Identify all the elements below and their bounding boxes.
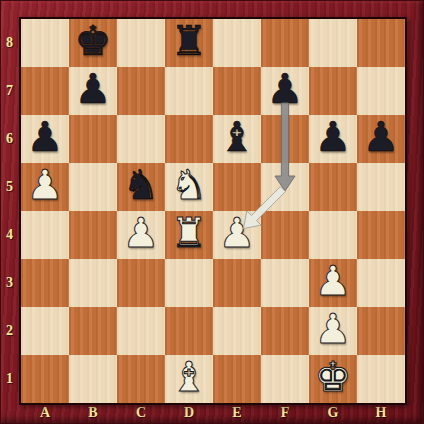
square-e6[interactable]: ♝ [213, 115, 261, 163]
square-f7[interactable]: ♟ [261, 67, 309, 115]
piece-black-king-b8[interactable]: ♚ [75, 17, 112, 65]
square-h6[interactable]: ♟ [357, 115, 405, 163]
rank-label-3: 3 [0, 259, 19, 307]
square-d7[interactable] [165, 67, 213, 115]
square-c4[interactable]: ♟ [117, 211, 165, 259]
rank-label-8: 8 [0, 19, 19, 67]
square-f4[interactable] [261, 211, 309, 259]
piece-black-knight-c5[interactable]: ♞ [123, 161, 160, 209]
square-c8[interactable] [117, 19, 165, 67]
file-label-a: A [21, 404, 69, 422]
square-g8[interactable] [309, 19, 357, 67]
square-f3[interactable] [261, 259, 309, 307]
square-f8[interactable] [261, 19, 309, 67]
square-b2[interactable] [69, 307, 117, 355]
square-h1[interactable] [357, 355, 405, 403]
square-a3[interactable] [21, 259, 69, 307]
rank-label-5: 5 [0, 163, 19, 211]
square-e4[interactable]: ♟ [213, 211, 261, 259]
square-c1[interactable] [117, 355, 165, 403]
piece-white-pawn-g3[interactable]: ♟ [315, 257, 352, 305]
piece-black-pawn-b7[interactable]: ♟ [75, 65, 112, 113]
piece-black-rook-d8[interactable]: ♜ [171, 17, 208, 65]
piece-white-pawn-e4[interactable]: ♟ [219, 209, 256, 257]
square-g2[interactable]: ♟ [309, 307, 357, 355]
file-label-b: B [69, 404, 117, 422]
square-h8[interactable] [357, 19, 405, 67]
square-g7[interactable] [309, 67, 357, 115]
square-a1[interactable] [21, 355, 69, 403]
square-b4[interactable] [69, 211, 117, 259]
piece-white-pawn-a5[interactable]: ♟ [27, 161, 64, 209]
square-b7[interactable]: ♟ [69, 67, 117, 115]
file-label-e: E [213, 404, 261, 422]
square-b8[interactable]: ♚ [69, 19, 117, 67]
square-e7[interactable] [213, 67, 261, 115]
square-h4[interactable] [357, 211, 405, 259]
square-h2[interactable] [357, 307, 405, 355]
file-label-g: G [309, 404, 357, 422]
square-g3[interactable]: ♟ [309, 259, 357, 307]
square-g1[interactable]: ♚ [309, 355, 357, 403]
square-h7[interactable] [357, 67, 405, 115]
piece-white-pawn-c4[interactable]: ♟ [123, 209, 160, 257]
rank-label-4: 4 [0, 211, 19, 259]
square-e1[interactable] [213, 355, 261, 403]
square-e5[interactable] [213, 163, 261, 211]
square-a5[interactable]: ♟ [21, 163, 69, 211]
square-g5[interactable] [309, 163, 357, 211]
piece-black-bishop-e6[interactable]: ♝ [219, 113, 256, 161]
rank-label-2: 2 [0, 307, 19, 355]
square-a8[interactable] [21, 19, 69, 67]
square-b5[interactable] [69, 163, 117, 211]
square-e3[interactable] [213, 259, 261, 307]
file-label-d: D [165, 404, 213, 422]
square-d3[interactable] [165, 259, 213, 307]
chess-board: ♚♜♟♟♟♝♟♟♟♞♞♟♜♟♟♟♝♚ [19, 17, 407, 405]
piece-white-knight-d5[interactable]: ♞ [171, 161, 208, 209]
file-label-f: F [261, 404, 309, 422]
square-c5[interactable]: ♞ [117, 163, 165, 211]
square-h5[interactable] [357, 163, 405, 211]
board-frame: 87654321 ABCDEFGH ♚♜♟♟♟♝♟♟♟♞♞♟♜♟♟♟♝♚ [0, 0, 424, 424]
square-e8[interactable] [213, 19, 261, 67]
file-label-h: H [357, 404, 405, 422]
rank-label-1: 1 [0, 355, 19, 403]
square-c3[interactable] [117, 259, 165, 307]
file-label-c: C [117, 404, 165, 422]
square-f2[interactable] [261, 307, 309, 355]
square-d2[interactable] [165, 307, 213, 355]
square-c6[interactable] [117, 115, 165, 163]
square-b6[interactable] [69, 115, 117, 163]
square-a7[interactable] [21, 67, 69, 115]
square-e2[interactable] [213, 307, 261, 355]
piece-white-bishop-d1[interactable]: ♝ [171, 353, 208, 401]
square-f6[interactable] [261, 115, 309, 163]
rank-label-6: 6 [0, 115, 19, 163]
square-b3[interactable] [69, 259, 117, 307]
piece-white-king-g1[interactable]: ♚ [315, 353, 352, 401]
square-f5[interactable] [261, 163, 309, 211]
square-f1[interactable] [261, 355, 309, 403]
piece-black-pawn-f7[interactable]: ♟ [267, 65, 304, 113]
square-a2[interactable] [21, 307, 69, 355]
square-d1[interactable]: ♝ [165, 355, 213, 403]
square-h3[interactable] [357, 259, 405, 307]
square-g4[interactable] [309, 211, 357, 259]
rank-label-7: 7 [0, 67, 19, 115]
square-c2[interactable] [117, 307, 165, 355]
square-d4[interactable]: ♜ [165, 211, 213, 259]
square-a6[interactable]: ♟ [21, 115, 69, 163]
square-c7[interactable] [117, 67, 165, 115]
piece-white-rook-d4[interactable]: ♜ [171, 209, 208, 257]
piece-black-pawn-h6[interactable]: ♟ [363, 113, 400, 161]
square-d5[interactable]: ♞ [165, 163, 213, 211]
piece-black-pawn-g6[interactable]: ♟ [315, 113, 352, 161]
piece-black-pawn-a6[interactable]: ♟ [27, 113, 64, 161]
square-d8[interactable]: ♜ [165, 19, 213, 67]
square-d6[interactable] [165, 115, 213, 163]
square-b1[interactable] [69, 355, 117, 403]
square-g6[interactable]: ♟ [309, 115, 357, 163]
piece-white-pawn-g2[interactable]: ♟ [315, 305, 352, 353]
square-a4[interactable] [21, 211, 69, 259]
